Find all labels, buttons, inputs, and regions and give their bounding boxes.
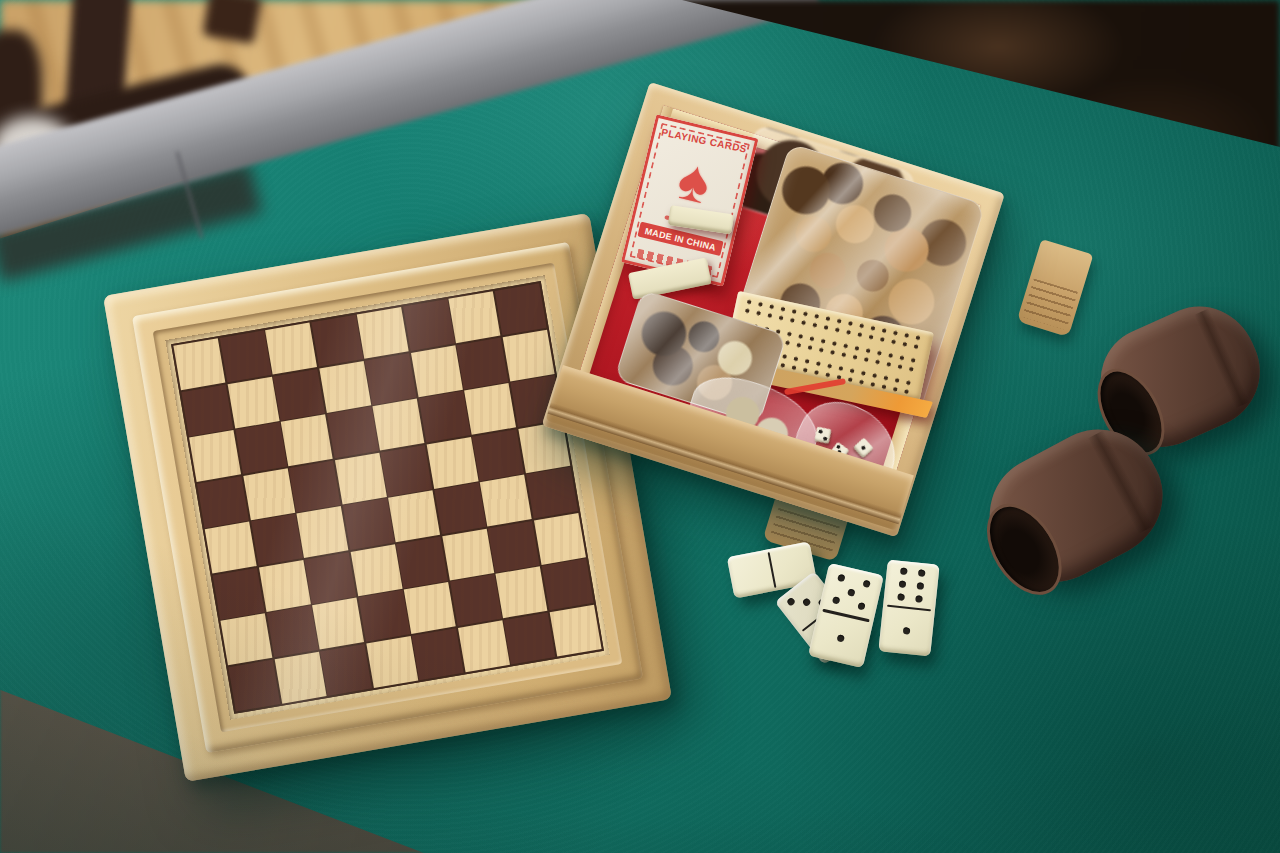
board-square (496, 567, 548, 619)
board-square (219, 330, 271, 382)
domino-pip (863, 580, 871, 588)
board-square (181, 384, 233, 436)
board-square (495, 283, 547, 335)
die (814, 426, 832, 444)
domino-pip (897, 593, 905, 601)
checkerboard-grid (171, 281, 604, 714)
board-square (220, 614, 272, 666)
board-square (411, 345, 463, 397)
domino-pip (858, 602, 866, 610)
board-square (320, 644, 372, 696)
board-square (235, 422, 287, 474)
board-square (357, 307, 409, 359)
board-square (450, 574, 502, 626)
board-square (457, 337, 509, 389)
board-square (404, 582, 456, 634)
board-square (449, 291, 501, 343)
board-square (488, 521, 540, 573)
board-square (503, 329, 555, 381)
scene-game-table: PLAYING CARDS ♠ MADE IN CHINA (0, 0, 1280, 853)
domino-pip (831, 596, 839, 604)
board-square (265, 323, 317, 375)
board-square (464, 383, 516, 435)
board-face (165, 275, 609, 719)
board-square (365, 353, 417, 405)
board-square (458, 620, 510, 672)
domino-pip (903, 627, 911, 635)
domino-pip (916, 595, 924, 603)
board-square (434, 483, 486, 535)
board-square (472, 429, 524, 481)
board-square (480, 475, 532, 527)
board-square (419, 391, 471, 443)
board-square (550, 605, 602, 657)
board-square (350, 544, 402, 596)
board-square (358, 590, 410, 642)
board-square (342, 498, 394, 550)
board-square (504, 612, 556, 664)
die (853, 437, 874, 458)
board-square (335, 452, 387, 504)
domino-pip (786, 597, 796, 607)
board-square (426, 437, 478, 489)
board-square (274, 652, 326, 704)
board-square (366, 636, 418, 688)
board-square (381, 445, 433, 497)
board-square (189, 430, 241, 482)
board-square (327, 407, 379, 459)
board-square (403, 299, 455, 351)
domino-pip (898, 580, 906, 588)
board-square (304, 552, 356, 604)
board-square (205, 522, 257, 574)
domino-pip (847, 588, 855, 596)
board-square (396, 536, 448, 588)
board-square (213, 568, 265, 620)
board-square (373, 399, 425, 451)
board-square (273, 368, 325, 420)
board-square (311, 315, 363, 367)
board-square (312, 598, 364, 650)
board-square (388, 490, 440, 542)
board-square (259, 560, 311, 612)
domino-pip (917, 582, 925, 590)
board-square (266, 606, 318, 658)
board-square (319, 361, 371, 413)
domino-pip (837, 574, 845, 582)
board-square (243, 468, 295, 520)
board-square (526, 467, 578, 519)
board-square (534, 513, 586, 565)
board-square (227, 376, 279, 428)
board-square (251, 514, 303, 566)
domino-pip (802, 597, 812, 607)
board-square (228, 660, 280, 712)
domino-pip (836, 634, 844, 642)
domino-pip (900, 567, 908, 575)
board-square (412, 628, 464, 680)
board-square (289, 460, 341, 512)
domino-pip (918, 569, 926, 577)
board-square (297, 506, 349, 558)
board-square (281, 414, 333, 466)
domino-6-1 (878, 560, 939, 657)
board-square (173, 338, 225, 390)
domino-half (878, 605, 935, 656)
board-square (542, 559, 594, 611)
domino-half (883, 560, 940, 611)
board-square (197, 476, 249, 528)
board-square (442, 529, 494, 581)
